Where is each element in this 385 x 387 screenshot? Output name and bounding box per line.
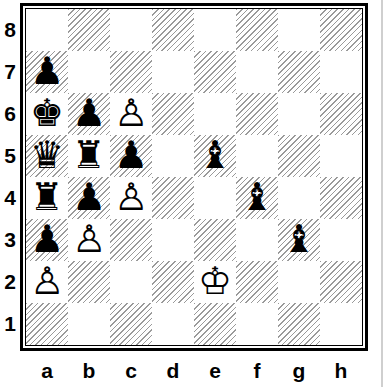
square-f4[interactable]: ♝ <box>236 177 278 219</box>
square-g3[interactable]: ♝ <box>278 219 320 261</box>
square-a8[interactable] <box>26 9 68 51</box>
square-h7[interactable] <box>320 51 362 93</box>
piece-black-queen-a5[interactable]: ♛ <box>30 135 64 176</box>
square-h3[interactable] <box>320 219 362 261</box>
piece-black-king-a6[interactable]: ♚ <box>30 93 64 134</box>
piece-black-pawn-b6[interactable]: ♟ <box>72 93 106 134</box>
file-label-g: g <box>278 358 320 384</box>
square-d7[interactable] <box>152 51 194 93</box>
square-g6[interactable] <box>278 93 320 135</box>
square-b2[interactable] <box>68 261 110 303</box>
board-frame: ♟♚♟♙♛♜♟♝♜♟♙♝♟♙♝♙♔ <box>20 3 368 351</box>
chess-board: ♟♚♟♙♛♜♟♝♜♟♙♝♟♙♝♙♔ <box>26 9 362 345</box>
square-c1[interactable] <box>110 303 152 345</box>
piece-black-bishop-f4[interactable]: ♝ <box>240 177 274 218</box>
square-d1[interactable] <box>152 303 194 345</box>
square-h5[interactable] <box>320 135 362 177</box>
square-b5[interactable]: ♜ <box>68 135 110 177</box>
square-g4[interactable] <box>278 177 320 219</box>
file-label-b: b <box>68 358 110 384</box>
square-b6[interactable]: ♟ <box>68 93 110 135</box>
square-e2[interactable]: ♔ <box>194 261 236 303</box>
square-a2[interactable]: ♙ <box>26 261 68 303</box>
file-label-f: f <box>236 358 278 384</box>
piece-white-pawn-c6[interactable]: ♙ <box>114 93 148 134</box>
piece-white-pawn-a2[interactable]: ♙ <box>30 261 64 302</box>
rank-label-4: 4 <box>0 177 20 219</box>
square-g8[interactable] <box>278 9 320 51</box>
square-g5[interactable] <box>278 135 320 177</box>
piece-white-king-e2[interactable]: ♔ <box>198 261 232 302</box>
square-f7[interactable] <box>236 51 278 93</box>
piece-black-pawn-b4[interactable]: ♟ <box>72 177 106 218</box>
square-c6[interactable]: ♙ <box>110 93 152 135</box>
square-c2[interactable] <box>110 261 152 303</box>
square-a6[interactable]: ♚ <box>26 93 68 135</box>
file-label-c: c <box>110 358 152 384</box>
square-c5[interactable]: ♟ <box>110 135 152 177</box>
square-f3[interactable] <box>236 219 278 261</box>
square-c8[interactable] <box>110 9 152 51</box>
square-d4[interactable] <box>152 177 194 219</box>
piece-white-pawn-c4[interactable]: ♙ <box>114 177 148 218</box>
square-e4[interactable] <box>194 177 236 219</box>
square-f8[interactable] <box>236 9 278 51</box>
square-f5[interactable] <box>236 135 278 177</box>
rank-label-1: 1 <box>0 303 20 345</box>
square-g7[interactable] <box>278 51 320 93</box>
square-h1[interactable] <box>320 303 362 345</box>
square-e6[interactable] <box>194 93 236 135</box>
square-a1[interactable] <box>26 303 68 345</box>
piece-black-pawn-a3[interactable]: ♟ <box>30 219 64 260</box>
rank-label-3: 3 <box>0 219 20 261</box>
square-h4[interactable] <box>320 177 362 219</box>
page-edge-line <box>381 0 383 387</box>
square-b4[interactable]: ♟ <box>68 177 110 219</box>
board-inner-border: ♟♚♟♙♛♜♟♝♜♟♙♝♟♙♝♙♔ <box>25 8 363 346</box>
square-h6[interactable] <box>320 93 362 135</box>
rank-label-2: 2 <box>0 261 20 303</box>
square-a5[interactable]: ♛ <box>26 135 68 177</box>
square-c4[interactable]: ♙ <box>110 177 152 219</box>
square-b8[interactable] <box>68 9 110 51</box>
file-label-a: a <box>26 358 68 384</box>
square-b7[interactable] <box>68 51 110 93</box>
file-label-d: d <box>152 358 194 384</box>
square-d8[interactable] <box>152 9 194 51</box>
rank-label-5: 5 <box>0 135 20 177</box>
rank-label-8: 8 <box>0 9 20 51</box>
square-c7[interactable] <box>110 51 152 93</box>
piece-black-rook-b5[interactable]: ♜ <box>72 135 106 176</box>
square-a3[interactable]: ♟ <box>26 219 68 261</box>
piece-black-pawn-c5[interactable]: ♟ <box>114 135 148 176</box>
square-f2[interactable] <box>236 261 278 303</box>
rank-label-6: 6 <box>0 93 20 135</box>
piece-black-rook-a4[interactable]: ♜ <box>30 177 64 218</box>
square-b3[interactable]: ♙ <box>68 219 110 261</box>
square-g2[interactable] <box>278 261 320 303</box>
rank-label-7: 7 <box>0 51 20 93</box>
square-e1[interactable] <box>194 303 236 345</box>
square-d5[interactable] <box>152 135 194 177</box>
square-g1[interactable] <box>278 303 320 345</box>
chess-diagram: 87654321 ♟♚♟♙♛♜♟♝♜♟♙♝♟♙♝♙♔ abcdefgh <box>0 0 385 387</box>
square-f6[interactable] <box>236 93 278 135</box>
piece-black-bishop-e5[interactable]: ♝ <box>198 135 232 176</box>
square-h2[interactable] <box>320 261 362 303</box>
file-label-h: h <box>320 358 362 384</box>
file-label-e: e <box>194 358 236 384</box>
square-d2[interactable] <box>152 261 194 303</box>
square-c3[interactable] <box>110 219 152 261</box>
square-h8[interactable] <box>320 9 362 51</box>
piece-black-bishop-g3[interactable]: ♝ <box>282 219 316 260</box>
square-d3[interactable] <box>152 219 194 261</box>
square-e7[interactable] <box>194 51 236 93</box>
square-d6[interactable] <box>152 93 194 135</box>
square-f1[interactable] <box>236 303 278 345</box>
piece-white-pawn-b3[interactable]: ♙ <box>72 219 106 260</box>
square-e5[interactable]: ♝ <box>194 135 236 177</box>
square-a4[interactable]: ♜ <box>26 177 68 219</box>
square-e8[interactable] <box>194 9 236 51</box>
piece-black-pawn-a7[interactable]: ♟ <box>30 51 64 92</box>
square-e3[interactable] <box>194 219 236 261</box>
square-b1[interactable] <box>68 303 110 345</box>
square-a7[interactable]: ♟ <box>26 51 68 93</box>
